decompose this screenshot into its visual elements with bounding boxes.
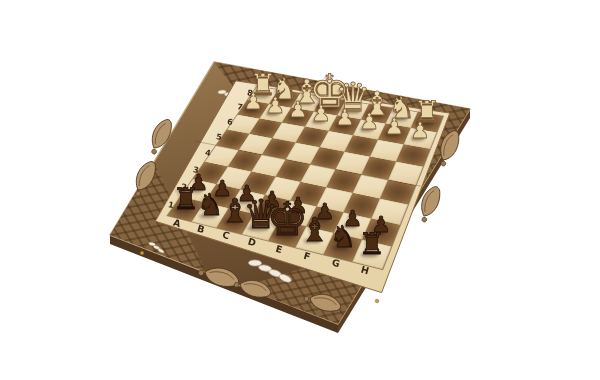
piece-white-pawn-f7[interactable]: ♟ <box>359 111 379 133</box>
pieces-layer: ♜♞♝♚♟♛♟♝♟♞♟♜♟♟♟♟♟♟♟♟♜♟♞♟♝♟♛♟♚♝♞♜ <box>0 0 600 380</box>
piece-white-pawn-d7[interactable]: ♟ <box>311 103 331 125</box>
piece-white-pawn-c7[interactable]: ♟ <box>288 99 308 121</box>
piece-black-rook-a1[interactable]: ♜ <box>173 184 200 214</box>
piece-white-pawn-e7[interactable]: ♟ <box>335 107 355 129</box>
piece-black-rook-h1[interactable]: ♜ <box>359 229 386 259</box>
chess-photo-stage: ABCDEFGH12345678 ♜♞♝♚♟♛♟♝♟♞♟♜♟♟♟♟♟♟♟♟♜♟♞… <box>0 0 600 380</box>
piece-white-pawn-a7[interactable]: ♟ <box>244 91 264 113</box>
piece-white-pawn-g7[interactable]: ♟ <box>385 116 405 138</box>
piece-white-pawn-h7[interactable]: ♟ <box>410 120 430 142</box>
piece-black-knight-g1[interactable]: ♞ <box>329 222 356 252</box>
piece-black-bishop-f1[interactable]: ♝ <box>300 213 330 246</box>
piece-white-pawn-b7[interactable]: ♟ <box>266 95 286 117</box>
